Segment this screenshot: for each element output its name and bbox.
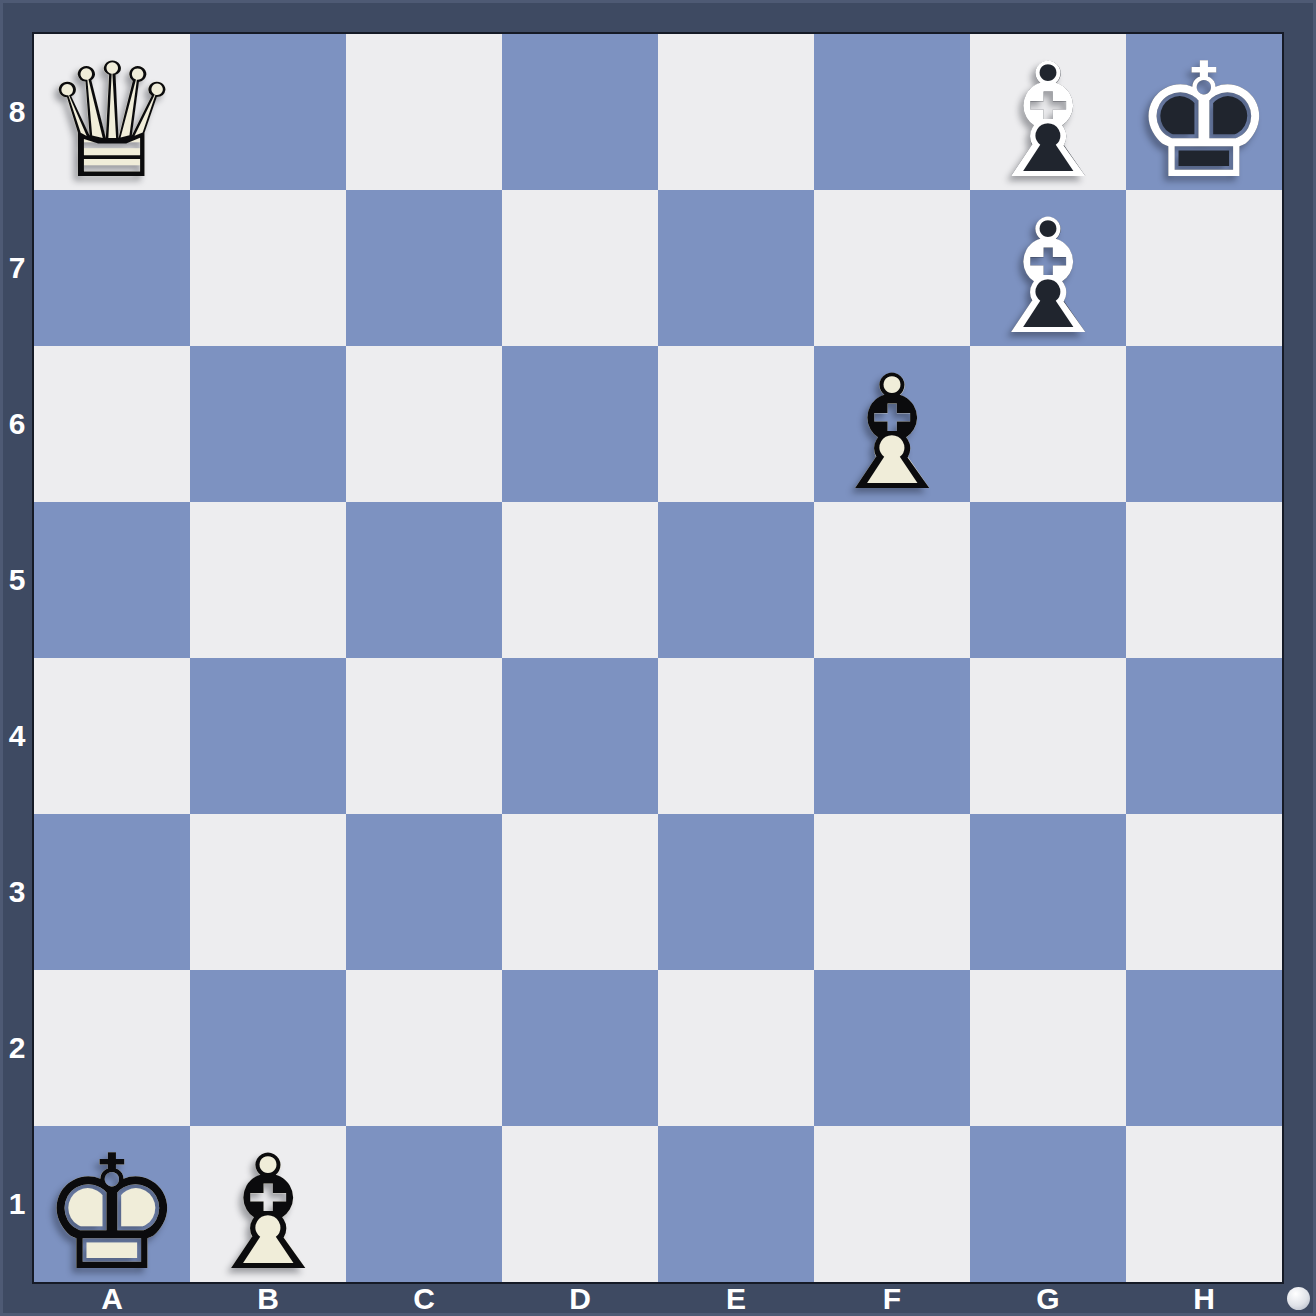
turn-indicator-white [1287, 1287, 1310, 1310]
square-c1[interactable] [346, 1126, 502, 1282]
square-c6[interactable] [346, 346, 502, 502]
piece-line-layer: ♔ [41, 1134, 183, 1292]
square-e2[interactable] [658, 970, 814, 1126]
file-label-c: C [346, 1282, 502, 1316]
white-king[interactable]: ♚♔ [34, 1126, 190, 1282]
square-g6[interactable] [970, 346, 1126, 502]
file-label-e: E [658, 1282, 814, 1316]
chess-board: ♛♕♝♗♚♔♝♗♝♗♚♔♝♗ [34, 34, 1282, 1282]
piece-line-layer: ♗ [821, 354, 963, 512]
square-h5[interactable] [1126, 502, 1282, 658]
square-h2[interactable] [1126, 970, 1282, 1126]
file-labels: ABCDEFGH [34, 1282, 1282, 1316]
square-a7[interactable] [34, 190, 190, 346]
square-f2[interactable] [814, 970, 970, 1126]
square-g3[interactable] [970, 814, 1126, 970]
square-b1[interactable]: ♝♗ [190, 1126, 346, 1282]
square-b7[interactable] [190, 190, 346, 346]
piece-line-layer: ♗ [977, 198, 1119, 356]
square-d7[interactable] [502, 190, 658, 346]
black-king[interactable]: ♚♔ [1126, 34, 1282, 190]
square-a8[interactable]: ♛♕ [34, 34, 190, 190]
square-f8[interactable] [814, 34, 970, 190]
square-d3[interactable] [502, 814, 658, 970]
file-label-g: G [970, 1282, 1126, 1316]
square-f5[interactable] [814, 502, 970, 658]
square-b5[interactable] [190, 502, 346, 658]
square-d6[interactable] [502, 346, 658, 502]
black-bishop[interactable]: ♝♗ [970, 34, 1126, 190]
square-e5[interactable] [658, 502, 814, 658]
square-b3[interactable] [190, 814, 346, 970]
square-e8[interactable] [658, 34, 814, 190]
file-label-f: F [814, 1282, 970, 1316]
piece-line-layer: ♕ [41, 42, 183, 200]
square-e1[interactable] [658, 1126, 814, 1282]
rank-label-3: 3 [0, 814, 34, 970]
chess-board-frame: ♛♕♝♗♚♔♝♗♝♗♚♔♝♗ 87654321 ABCDEFGH [0, 0, 1316, 1316]
square-e4[interactable] [658, 658, 814, 814]
square-g2[interactable] [970, 970, 1126, 1126]
square-a1[interactable]: ♚♔ [34, 1126, 190, 1282]
square-f6[interactable]: ♝♗ [814, 346, 970, 502]
piece-line-layer: ♗ [977, 42, 1119, 200]
square-f1[interactable] [814, 1126, 970, 1282]
square-d5[interactable] [502, 502, 658, 658]
square-a3[interactable] [34, 814, 190, 970]
square-b8[interactable] [190, 34, 346, 190]
square-h4[interactable] [1126, 658, 1282, 814]
square-a6[interactable] [34, 346, 190, 502]
square-d1[interactable] [502, 1126, 658, 1282]
white-queen[interactable]: ♛♕ [34, 34, 190, 190]
rank-label-6: 6 [0, 346, 34, 502]
piece-line-layer: ♗ [197, 1134, 339, 1292]
rank-label-2: 2 [0, 970, 34, 1126]
square-d2[interactable] [502, 970, 658, 1126]
square-a2[interactable] [34, 970, 190, 1126]
rank-label-4: 4 [0, 658, 34, 814]
square-e3[interactable] [658, 814, 814, 970]
rank-label-7: 7 [0, 190, 34, 346]
file-label-a: A [34, 1282, 190, 1316]
white-bishop[interactable]: ♝♗ [814, 346, 970, 502]
square-a5[interactable] [34, 502, 190, 658]
square-f7[interactable] [814, 190, 970, 346]
file-label-b: B [190, 1282, 346, 1316]
file-label-d: D [502, 1282, 658, 1316]
square-f4[interactable] [814, 658, 970, 814]
square-c8[interactable] [346, 34, 502, 190]
file-label-h: H [1126, 1282, 1282, 1316]
square-f3[interactable] [814, 814, 970, 970]
square-b6[interactable] [190, 346, 346, 502]
square-g4[interactable] [970, 658, 1126, 814]
square-e6[interactable] [658, 346, 814, 502]
square-g8[interactable]: ♝♗ [970, 34, 1126, 190]
square-c7[interactable] [346, 190, 502, 346]
square-h1[interactable] [1126, 1126, 1282, 1282]
square-a4[interactable] [34, 658, 190, 814]
square-c4[interactable] [346, 658, 502, 814]
rank-label-8: 8 [0, 34, 34, 190]
rank-label-1: 1 [0, 1126, 34, 1282]
black-bishop[interactable]: ♝♗ [970, 190, 1126, 346]
square-c3[interactable] [346, 814, 502, 970]
square-d4[interactable] [502, 658, 658, 814]
rank-labels: 87654321 [0, 34, 34, 1282]
square-g5[interactable] [970, 502, 1126, 658]
square-c2[interactable] [346, 970, 502, 1126]
white-bishop[interactable]: ♝♗ [190, 1126, 346, 1282]
rank-label-5: 5 [0, 502, 34, 658]
square-g1[interactable] [970, 1126, 1126, 1282]
square-g7[interactable]: ♝♗ [970, 190, 1126, 346]
square-b4[interactable] [190, 658, 346, 814]
square-h7[interactable] [1126, 190, 1282, 346]
square-h3[interactable] [1126, 814, 1282, 970]
square-d8[interactable] [502, 34, 658, 190]
square-c5[interactable] [346, 502, 502, 658]
square-h6[interactable] [1126, 346, 1282, 502]
square-b2[interactable] [190, 970, 346, 1126]
square-e7[interactable] [658, 190, 814, 346]
piece-line-layer: ♔ [1133, 42, 1275, 200]
square-h8[interactable]: ♚♔ [1126, 34, 1282, 190]
